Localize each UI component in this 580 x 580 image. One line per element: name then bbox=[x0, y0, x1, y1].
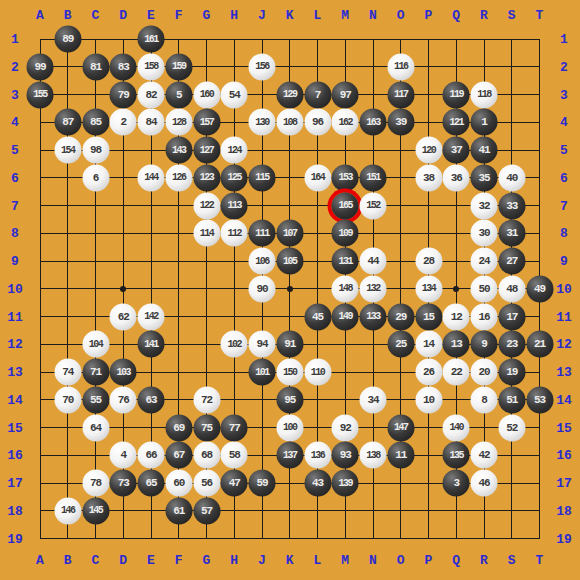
stone-q11-move-12[interactable]: 12 bbox=[443, 303, 470, 330]
row-label-left: 10 bbox=[7, 282, 23, 295]
stone-move-number: 3 bbox=[453, 478, 459, 489]
stone-r4-move-1[interactable]: 1 bbox=[471, 109, 498, 136]
stone-j8-move-111[interactable]: 111 bbox=[249, 220, 276, 247]
stone-move-number: 56 bbox=[201, 478, 212, 489]
stone-move-number: 116 bbox=[394, 62, 408, 72]
stone-e1-move-161[interactable]: 161 bbox=[138, 26, 165, 53]
column-label-top: G bbox=[203, 9, 211, 22]
stone-move-number: 135 bbox=[449, 450, 463, 460]
stone-move-number: 162 bbox=[338, 117, 352, 127]
stone-m4-move-162[interactable]: 162 bbox=[332, 109, 359, 136]
stone-s13-move-19[interactable]: 19 bbox=[498, 359, 525, 386]
stone-move-number: 37 bbox=[451, 145, 462, 156]
row-label-right: 7 bbox=[560, 199, 568, 212]
stone-move-number: 105 bbox=[283, 256, 297, 266]
stone-j12-move-94[interactable]: 94 bbox=[249, 331, 276, 358]
stone-move-number: 120 bbox=[422, 145, 436, 155]
stone-s9-move-27[interactable]: 27 bbox=[498, 248, 525, 275]
stone-e11-move-142[interactable]: 142 bbox=[138, 303, 165, 330]
stone-move-number: 60 bbox=[173, 478, 184, 489]
stone-s8-move-31[interactable]: 31 bbox=[498, 220, 525, 247]
stone-r16-move-42[interactable]: 42 bbox=[471, 442, 498, 469]
stone-p5-move-120[interactable]: 120 bbox=[415, 137, 442, 164]
stone-m8-move-109[interactable]: 109 bbox=[332, 220, 359, 247]
stone-h15-move-77[interactable]: 77 bbox=[221, 414, 248, 441]
row-label-left: 17 bbox=[7, 477, 23, 490]
stone-move-number: 40 bbox=[506, 172, 517, 183]
stone-b14-move-70[interactable]: 70 bbox=[54, 386, 81, 413]
stone-move-number: 55 bbox=[90, 394, 101, 405]
stone-move-number: 128 bbox=[172, 117, 186, 127]
stone-l6-move-164[interactable]: 164 bbox=[304, 164, 331, 191]
stone-t10-move-49[interactable]: 49 bbox=[526, 275, 553, 302]
stone-c12-move-104[interactable]: 104 bbox=[82, 331, 109, 358]
stone-n4-move-163[interactable]: 163 bbox=[360, 109, 387, 136]
stone-f15-move-69[interactable]: 69 bbox=[165, 414, 192, 441]
stone-k14-move-95[interactable]: 95 bbox=[276, 386, 303, 413]
stone-move-number: 82 bbox=[145, 89, 156, 100]
stone-l16-move-136[interactable]: 136 bbox=[304, 442, 331, 469]
stone-e4-move-84[interactable]: 84 bbox=[138, 109, 165, 136]
stone-move-number: 159 bbox=[172, 62, 186, 72]
stone-c15-move-64[interactable]: 64 bbox=[82, 414, 109, 441]
stone-move-number: 66 bbox=[145, 450, 156, 461]
column-label-top: K bbox=[286, 9, 294, 22]
stone-move-number: 145 bbox=[89, 506, 103, 516]
stone-d16-move-4[interactable]: 4 bbox=[110, 442, 137, 469]
stone-r17-move-46[interactable]: 46 bbox=[471, 470, 498, 497]
column-label-top: M bbox=[341, 9, 349, 22]
stone-d4-move-2[interactable]: 2 bbox=[110, 109, 137, 136]
star-point bbox=[120, 286, 126, 292]
stone-move-number: 67 bbox=[173, 450, 184, 461]
stone-move-number: 110 bbox=[311, 367, 325, 377]
stone-move-number: 29 bbox=[395, 311, 406, 322]
stone-q5-move-37[interactable]: 37 bbox=[443, 137, 470, 164]
stone-g16-move-68[interactable]: 68 bbox=[193, 442, 220, 469]
stone-d14-move-76[interactable]: 76 bbox=[110, 386, 137, 413]
stone-e12-move-141[interactable]: 141 bbox=[138, 331, 165, 358]
stone-b1-move-89[interactable]: 89 bbox=[54, 26, 81, 53]
stone-m10-move-148[interactable]: 148 bbox=[332, 275, 359, 302]
stone-r13-move-20[interactable]: 20 bbox=[471, 359, 498, 386]
stone-move-number: 113 bbox=[227, 201, 241, 211]
row-label-left: 12 bbox=[7, 338, 23, 351]
stone-move-number: 131 bbox=[338, 256, 352, 266]
stone-r11-move-16[interactable]: 16 bbox=[471, 303, 498, 330]
stone-h3-move-54[interactable]: 54 bbox=[221, 81, 248, 108]
stone-f2-move-159[interactable]: 159 bbox=[165, 53, 192, 80]
stone-move-number: 1 bbox=[481, 117, 487, 128]
column-label-bottom: D bbox=[119, 554, 127, 567]
stone-d3-move-79[interactable]: 79 bbox=[110, 81, 137, 108]
stone-b4-move-87[interactable]: 87 bbox=[54, 109, 81, 136]
stone-c4-move-85[interactable]: 85 bbox=[82, 109, 109, 136]
stone-move-number: 91 bbox=[284, 339, 295, 350]
stone-o15-move-147[interactable]: 147 bbox=[387, 414, 414, 441]
stone-g6-move-123[interactable]: 123 bbox=[193, 164, 220, 191]
stone-e6-move-144[interactable]: 144 bbox=[138, 164, 165, 191]
stone-move-number: 138 bbox=[366, 450, 380, 460]
stone-a3-move-155[interactable]: 155 bbox=[27, 81, 54, 108]
stone-move-number: 44 bbox=[367, 256, 378, 267]
stone-k15-move-100[interactable]: 100 bbox=[276, 414, 303, 441]
stone-p11-move-15[interactable]: 15 bbox=[415, 303, 442, 330]
row-label-right: 9 bbox=[560, 255, 568, 268]
stone-k3-move-129[interactable]: 129 bbox=[276, 81, 303, 108]
stone-p12-move-14[interactable]: 14 bbox=[415, 331, 442, 358]
stone-n6-move-151[interactable]: 151 bbox=[360, 164, 387, 191]
stone-move-number: 48 bbox=[506, 283, 517, 294]
stone-p14-move-10[interactable]: 10 bbox=[415, 386, 442, 413]
row-label-left: 5 bbox=[11, 144, 19, 157]
stone-h17-move-47[interactable]: 47 bbox=[221, 470, 248, 497]
row-label-left: 14 bbox=[7, 393, 23, 406]
stone-move-number: 143 bbox=[172, 145, 186, 155]
stone-d17-move-73[interactable]: 73 bbox=[110, 470, 137, 497]
column-label-top: Q bbox=[452, 9, 460, 22]
stone-g18-move-57[interactable]: 57 bbox=[193, 497, 220, 524]
stone-b5-move-154[interactable]: 154 bbox=[54, 137, 81, 164]
stone-t12-move-21[interactable]: 21 bbox=[526, 331, 553, 358]
row-label-left: 3 bbox=[11, 88, 19, 101]
stone-move-number: 33 bbox=[506, 200, 517, 211]
stone-move-number: 51 bbox=[506, 394, 517, 405]
star-point bbox=[453, 286, 459, 292]
stone-m17-move-139[interactable]: 139 bbox=[332, 470, 359, 497]
stone-q3-move-119[interactable]: 119 bbox=[443, 81, 470, 108]
stone-move-number: 24 bbox=[478, 256, 489, 267]
stone-o11-move-29[interactable]: 29 bbox=[387, 303, 414, 330]
stone-f3-move-5[interactable]: 5 bbox=[165, 81, 192, 108]
stone-r12-move-9[interactable]: 9 bbox=[471, 331, 498, 358]
stone-move-number: 140 bbox=[449, 423, 463, 433]
stone-move-number: 112 bbox=[227, 228, 241, 238]
stone-j9-move-106[interactable]: 106 bbox=[249, 248, 276, 275]
stone-d2-move-83[interactable]: 83 bbox=[110, 53, 137, 80]
stone-move-number: 83 bbox=[118, 61, 129, 72]
stone-o16-move-11[interactable]: 11 bbox=[387, 442, 414, 469]
stone-p9-move-28[interactable]: 28 bbox=[415, 248, 442, 275]
stone-s7-move-33[interactable]: 33 bbox=[498, 192, 525, 219]
stone-g4-move-157[interactable]: 157 bbox=[193, 109, 220, 136]
stone-h6-move-125[interactable]: 125 bbox=[221, 164, 248, 191]
stone-j17-move-59[interactable]: 59 bbox=[249, 470, 276, 497]
stone-r8-move-30[interactable]: 30 bbox=[471, 220, 498, 247]
stone-c13-move-71[interactable]: 71 bbox=[82, 359, 109, 386]
stone-move-number: 117 bbox=[394, 90, 408, 100]
stone-move-number: 164 bbox=[311, 173, 325, 183]
stone-n16-move-138[interactable]: 138 bbox=[360, 442, 387, 469]
stone-move-number: 76 bbox=[118, 394, 129, 405]
stone-move-number: 130 bbox=[255, 117, 269, 127]
column-label-top: J bbox=[258, 9, 266, 22]
stone-h5-move-124[interactable]: 124 bbox=[221, 137, 248, 164]
stone-m9-move-131[interactable]: 131 bbox=[332, 248, 359, 275]
stone-move-number: 150 bbox=[283, 367, 297, 377]
stone-move-number: 47 bbox=[229, 478, 240, 489]
stone-f16-move-67[interactable]: 67 bbox=[165, 442, 192, 469]
stone-move-number: 151 bbox=[366, 173, 380, 183]
grid-line-horizontal bbox=[40, 538, 541, 539]
stone-g7-move-122[interactable]: 122 bbox=[193, 192, 220, 219]
stone-m15-move-92[interactable]: 92 bbox=[332, 414, 359, 441]
stone-move-number: 12 bbox=[451, 311, 462, 322]
stone-move-number: 38 bbox=[423, 172, 434, 183]
stone-t14-move-53[interactable]: 53 bbox=[526, 386, 553, 413]
stone-move-number: 115 bbox=[255, 173, 269, 183]
stone-move-number: 156 bbox=[255, 62, 269, 72]
stone-move-number: 99 bbox=[34, 61, 45, 72]
stone-move-number: 125 bbox=[227, 173, 241, 183]
row-label-right: 18 bbox=[556, 504, 572, 517]
stone-move-number: 71 bbox=[90, 367, 101, 378]
stone-move-number: 147 bbox=[394, 423, 408, 433]
stone-s14-move-51[interactable]: 51 bbox=[498, 386, 525, 413]
column-label-bottom: J bbox=[258, 554, 266, 567]
stone-move-number: 148 bbox=[338, 284, 352, 294]
stone-move-number: 89 bbox=[62, 34, 73, 45]
stone-move-number: 129 bbox=[283, 90, 297, 100]
stone-n14-move-34[interactable]: 34 bbox=[360, 386, 387, 413]
stone-q12-move-13[interactable]: 13 bbox=[443, 331, 470, 358]
stone-c5-move-98[interactable]: 98 bbox=[82, 137, 109, 164]
stone-r10-move-50[interactable]: 50 bbox=[471, 275, 498, 302]
stone-c14-move-55[interactable]: 55 bbox=[82, 386, 109, 413]
stone-q17-move-3[interactable]: 3 bbox=[443, 470, 470, 497]
row-label-right: 13 bbox=[556, 366, 572, 379]
stone-c18-move-145[interactable]: 145 bbox=[82, 497, 109, 524]
stone-g8-move-114[interactable]: 114 bbox=[193, 220, 220, 247]
stone-j10-move-90[interactable]: 90 bbox=[249, 275, 276, 302]
stone-move-number: 78 bbox=[90, 478, 101, 489]
stone-move-number: 155 bbox=[33, 90, 47, 100]
stone-move-number: 6 bbox=[93, 172, 99, 183]
stone-move-number: 59 bbox=[256, 478, 267, 489]
row-label-left: 2 bbox=[11, 60, 19, 73]
stone-o4-move-39[interactable]: 39 bbox=[387, 109, 414, 136]
stone-e16-move-66[interactable]: 66 bbox=[138, 442, 165, 469]
row-label-left: 16 bbox=[7, 449, 23, 462]
stone-q16-move-135[interactable]: 135 bbox=[443, 442, 470, 469]
stone-g17-move-56[interactable]: 56 bbox=[193, 470, 220, 497]
stone-g14-move-72[interactable]: 72 bbox=[193, 386, 220, 413]
stone-l4-move-96[interactable]: 96 bbox=[304, 109, 331, 136]
stone-o12-move-25[interactable]: 25 bbox=[387, 331, 414, 358]
row-label-right: 1 bbox=[560, 33, 568, 46]
stone-j4-move-130[interactable]: 130 bbox=[249, 109, 276, 136]
row-label-right: 12 bbox=[556, 338, 572, 351]
stone-m3-move-97[interactable]: 97 bbox=[332, 81, 359, 108]
stone-e3-move-82[interactable]: 82 bbox=[138, 81, 165, 108]
column-label-top: P bbox=[425, 9, 433, 22]
stone-move-number: 139 bbox=[338, 478, 352, 488]
stone-f5-move-143[interactable]: 143 bbox=[165, 137, 192, 164]
row-label-right: 11 bbox=[556, 310, 572, 323]
go-board[interactable]: AABBCCDDEEFFGGHHJJKKLLMMNNOOPPQQRRSSTT11… bbox=[0, 0, 580, 580]
stone-o2-move-116[interactable]: 116 bbox=[387, 53, 414, 80]
stone-g3-move-160[interactable]: 160 bbox=[193, 81, 220, 108]
stone-move-number: 107 bbox=[283, 228, 297, 238]
stone-move-number: 7 bbox=[315, 89, 321, 100]
stone-d13-move-103[interactable]: 103 bbox=[110, 359, 137, 386]
stone-b18-move-146[interactable]: 146 bbox=[54, 497, 81, 524]
stone-k13-move-150[interactable]: 150 bbox=[276, 359, 303, 386]
stone-move-number: 132 bbox=[366, 284, 380, 294]
stone-move-number: 127 bbox=[200, 145, 214, 155]
stone-move-number: 152 bbox=[366, 201, 380, 211]
stone-move-number: 136 bbox=[311, 450, 325, 460]
stone-g15-move-75[interactable]: 75 bbox=[193, 414, 220, 441]
stone-j6-move-115[interactable]: 115 bbox=[249, 164, 276, 191]
stone-move-number: 36 bbox=[451, 172, 462, 183]
grid-line-horizontal bbox=[40, 510, 541, 511]
stone-m16-move-93[interactable]: 93 bbox=[332, 442, 359, 469]
stone-c6-move-6[interactable]: 6 bbox=[82, 164, 109, 191]
stone-move-number: 124 bbox=[227, 145, 241, 155]
stone-move-number: 141 bbox=[144, 339, 158, 349]
stone-c2-move-81[interactable]: 81 bbox=[82, 53, 109, 80]
stone-move-number: 11 bbox=[395, 450, 406, 461]
stone-move-number: 114 bbox=[200, 228, 214, 238]
stone-move-number: 23 bbox=[506, 339, 517, 350]
stone-move-number: 106 bbox=[255, 256, 269, 266]
stone-r14-move-8[interactable]: 8 bbox=[471, 386, 498, 413]
stone-m11-move-149[interactable]: 149 bbox=[332, 303, 359, 330]
stone-s12-move-23[interactable]: 23 bbox=[498, 331, 525, 358]
stone-move-number: 4 bbox=[120, 450, 126, 461]
stone-move-number: 111 bbox=[255, 228, 269, 238]
column-label-bottom: S bbox=[508, 554, 516, 567]
stone-move-number: 157 bbox=[200, 117, 214, 127]
stone-move-number: 10 bbox=[423, 394, 434, 405]
stone-k16-move-137[interactable]: 137 bbox=[276, 442, 303, 469]
stone-q4-move-121[interactable]: 121 bbox=[443, 109, 470, 136]
stone-move-number: 16 bbox=[478, 311, 489, 322]
stone-r3-move-118[interactable]: 118 bbox=[471, 81, 498, 108]
stone-s10-move-48[interactable]: 48 bbox=[498, 275, 525, 302]
stone-s6-move-40[interactable]: 40 bbox=[498, 164, 525, 191]
stone-move-number: 108 bbox=[283, 117, 297, 127]
stone-o3-move-117[interactable]: 117 bbox=[387, 81, 414, 108]
stone-l11-move-45[interactable]: 45 bbox=[304, 303, 331, 330]
stone-move-number: 100 bbox=[283, 423, 297, 433]
row-label-right: 19 bbox=[556, 532, 572, 545]
stone-f6-move-126[interactable]: 126 bbox=[165, 164, 192, 191]
column-label-bottom: M bbox=[341, 554, 349, 567]
stone-p13-move-26[interactable]: 26 bbox=[415, 359, 442, 386]
stone-move-number: 109 bbox=[338, 228, 352, 238]
stone-move-number: 25 bbox=[395, 339, 406, 350]
stone-l3-move-7[interactable]: 7 bbox=[304, 81, 331, 108]
stone-move-number: 104 bbox=[89, 339, 103, 349]
stone-move-number: 95 bbox=[284, 394, 295, 405]
stone-move-number: 21 bbox=[534, 339, 545, 350]
column-label-bottom: A bbox=[36, 554, 44, 567]
stone-f18-move-61[interactable]: 61 bbox=[165, 497, 192, 524]
stone-n11-move-133[interactable]: 133 bbox=[360, 303, 387, 330]
column-label-bottom: K bbox=[286, 554, 294, 567]
stone-g5-move-127[interactable]: 127 bbox=[193, 137, 220, 164]
stone-s15-move-52[interactable]: 52 bbox=[498, 414, 525, 441]
row-label-right: 4 bbox=[560, 116, 568, 129]
stone-move-number: 54 bbox=[229, 89, 240, 100]
column-label-bottom: G bbox=[203, 554, 211, 567]
stone-f4-move-128[interactable]: 128 bbox=[165, 109, 192, 136]
stone-q13-move-22[interactable]: 22 bbox=[443, 359, 470, 386]
stone-e2-move-158[interactable]: 158 bbox=[138, 53, 165, 80]
stone-move-number: 13 bbox=[451, 339, 462, 350]
stone-k12-move-91[interactable]: 91 bbox=[276, 331, 303, 358]
stone-c17-move-78[interactable]: 78 bbox=[82, 470, 109, 497]
stone-n7-move-152[interactable]: 152 bbox=[360, 192, 387, 219]
stone-h16-move-58[interactable]: 58 bbox=[221, 442, 248, 469]
stone-k4-move-108[interactable]: 108 bbox=[276, 109, 303, 136]
row-label-left: 18 bbox=[7, 504, 23, 517]
stone-l17-move-43[interactable]: 43 bbox=[304, 470, 331, 497]
stone-move-number: 81 bbox=[90, 61, 101, 72]
stone-p10-move-134[interactable]: 134 bbox=[415, 275, 442, 302]
row-label-right: 2 bbox=[560, 60, 568, 73]
stone-f17-move-60[interactable]: 60 bbox=[165, 470, 192, 497]
column-label-top: F bbox=[175, 9, 183, 22]
stone-d11-move-62[interactable]: 62 bbox=[110, 303, 137, 330]
stone-move-number: 41 bbox=[478, 145, 489, 156]
stone-s11-move-17[interactable]: 17 bbox=[498, 303, 525, 330]
stone-move-number: 73 bbox=[118, 478, 129, 489]
stone-move-number: 92 bbox=[340, 422, 351, 433]
column-label-top: D bbox=[119, 9, 127, 22]
stone-r5-move-41[interactable]: 41 bbox=[471, 137, 498, 164]
stone-m7-move-165[interactable]: 165 bbox=[332, 192, 359, 219]
stone-a2-move-99[interactable]: 99 bbox=[27, 53, 54, 80]
stone-p6-move-38[interactable]: 38 bbox=[415, 164, 442, 191]
stone-e17-move-65[interactable]: 65 bbox=[138, 470, 165, 497]
column-label-top: C bbox=[92, 9, 100, 22]
stone-q15-move-140[interactable]: 140 bbox=[443, 414, 470, 441]
stone-r7-move-32[interactable]: 32 bbox=[471, 192, 498, 219]
stone-move-number: 26 bbox=[423, 367, 434, 378]
column-label-top: R bbox=[480, 9, 488, 22]
stone-move-number: 87 bbox=[62, 117, 73, 128]
column-label-bottom: C bbox=[92, 554, 100, 567]
stone-r6-move-35[interactable]: 35 bbox=[471, 164, 498, 191]
column-label-bottom: Q bbox=[452, 554, 460, 567]
stone-h8-move-112[interactable]: 112 bbox=[221, 220, 248, 247]
column-label-top: T bbox=[536, 9, 544, 22]
stone-l13-move-110[interactable]: 110 bbox=[304, 359, 331, 386]
stone-h7-move-113[interactable]: 113 bbox=[221, 192, 248, 219]
stone-move-number: 5 bbox=[176, 89, 182, 100]
stone-n10-move-132[interactable]: 132 bbox=[360, 275, 387, 302]
row-label-left: 4 bbox=[11, 116, 19, 129]
stone-k9-move-105[interactable]: 105 bbox=[276, 248, 303, 275]
stone-j2-move-156[interactable]: 156 bbox=[249, 53, 276, 80]
stone-j13-move-101[interactable]: 101 bbox=[249, 359, 276, 386]
stone-b13-move-74[interactable]: 74 bbox=[54, 359, 81, 386]
row-label-right: 10 bbox=[556, 282, 572, 295]
stone-n9-move-44[interactable]: 44 bbox=[360, 248, 387, 275]
stone-h12-move-102[interactable]: 102 bbox=[221, 331, 248, 358]
stone-m6-move-153[interactable]: 153 bbox=[332, 164, 359, 191]
stone-q6-move-36[interactable]: 36 bbox=[443, 164, 470, 191]
stone-move-number: 154 bbox=[61, 145, 75, 155]
stone-move-number: 165 bbox=[338, 201, 352, 211]
stone-e14-move-63[interactable]: 63 bbox=[138, 386, 165, 413]
stone-move-number: 57 bbox=[201, 505, 212, 516]
stone-r9-move-24[interactable]: 24 bbox=[471, 248, 498, 275]
stone-k8-move-107[interactable]: 107 bbox=[276, 220, 303, 247]
